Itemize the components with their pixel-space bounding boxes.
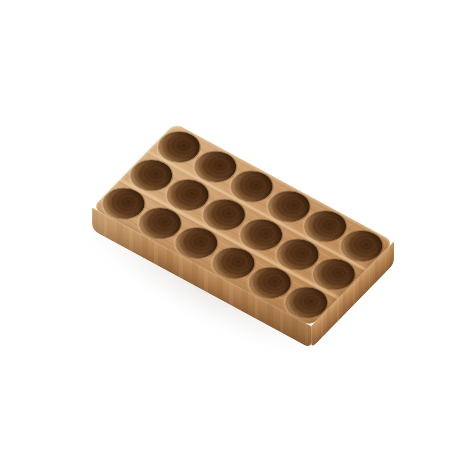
product-photo-scene: [0, 0, 450, 450]
